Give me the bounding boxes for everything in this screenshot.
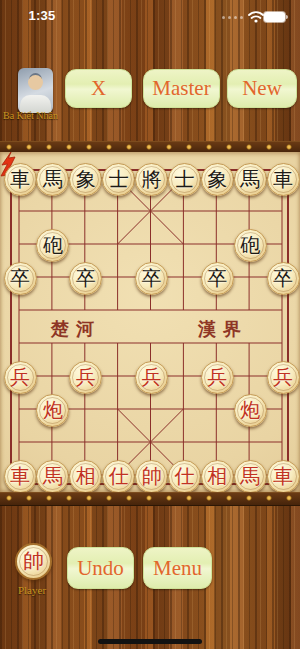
piece-black-士[interactable]: 士 <box>102 163 135 196</box>
avatar-face <box>28 75 43 90</box>
piece-black-馬[interactable]: 馬 <box>36 163 69 196</box>
undo-button[interactable]: Undo <box>67 547 134 589</box>
home-indicator[interactable] <box>98 639 202 644</box>
piece-red-相[interactable]: 相 <box>69 460 102 493</box>
piece-red-兵[interactable]: 兵 <box>69 361 102 394</box>
piece-black-將[interactable]: 將 <box>135 163 168 196</box>
piece-red-炮[interactable]: 炮 <box>234 394 267 427</box>
piece-red-相[interactable]: 相 <box>201 460 234 493</box>
cellular-signal-icon <box>222 16 243 19</box>
piece-black-車[interactable]: 車 <box>4 163 37 196</box>
piece-black-卒[interactable]: 卒 <box>267 262 300 295</box>
piece-red-馬[interactable]: 馬 <box>234 460 267 493</box>
piece-black-象[interactable]: 象 <box>201 163 234 196</box>
piece-black-卒[interactable]: 卒 <box>69 262 102 295</box>
piece-black-士[interactable]: 士 <box>168 163 201 196</box>
menu-button[interactable]: Menu <box>143 547 212 589</box>
piece-black-卒[interactable]: 卒 <box>201 262 234 295</box>
player-side-chip: 帥 <box>15 543 52 580</box>
piece-red-馬[interactable]: 馬 <box>36 460 69 493</box>
piece-red-仕[interactable]: 仕 <box>102 460 135 493</box>
master-level-button[interactable]: Master <box>143 69 220 108</box>
board-frame-bottom-studs <box>0 492 300 506</box>
player-name-label: Ba Kiết Nhân <box>3 110 73 121</box>
river-label-han: 漢界 <box>198 313 248 345</box>
piece-black-砲[interactable]: 砲 <box>36 229 69 262</box>
piece-red-兵[interactable]: 兵 <box>201 361 234 394</box>
wifi-icon <box>248 11 264 23</box>
piece-black-卒[interactable]: 卒 <box>4 262 37 295</box>
player-side-label: Player <box>8 584 56 596</box>
piece-black-砲[interactable]: 砲 <box>234 229 267 262</box>
piece-red-兵[interactable]: 兵 <box>135 361 168 394</box>
piece-red-帥[interactable]: 帥 <box>135 460 168 493</box>
close-button[interactable]: X <box>65 69 132 108</box>
status-bar: 1:35 <box>0 0 300 28</box>
piece-red-車[interactable]: 車 <box>4 460 37 493</box>
piece-red-炮[interactable]: 炮 <box>36 394 69 427</box>
new-game-button[interactable]: New <box>227 69 297 108</box>
piece-red-兵[interactable]: 兵 <box>267 361 300 394</box>
piece-black-馬[interactable]: 馬 <box>234 163 267 196</box>
piece-red-車[interactable]: 車 <box>267 460 300 493</box>
app-screen: 1:35 Ba Kiết Nhân X Master New <box>0 0 300 649</box>
piece-black-象[interactable]: 象 <box>69 163 102 196</box>
board-grid <box>0 152 300 492</box>
piece-black-卒[interactable]: 卒 <box>135 262 168 295</box>
piece-red-兵[interactable]: 兵 <box>4 361 37 394</box>
player-avatar[interactable] <box>18 68 53 113</box>
river-label-chu: 楚河 <box>51 313 101 345</box>
xiangqi-board[interactable]: 楚河 漢界 車馬象士將士象馬車砲砲卒卒卒卒卒兵兵兵兵兵炮炮車馬相仕帥仕相馬車 <box>0 152 300 492</box>
clock-text: 1:35 <box>24 8 60 23</box>
piece-red-仕[interactable]: 仕 <box>168 460 201 493</box>
piece-black-車[interactable]: 車 <box>267 163 300 196</box>
battery-icon <box>264 12 285 22</box>
